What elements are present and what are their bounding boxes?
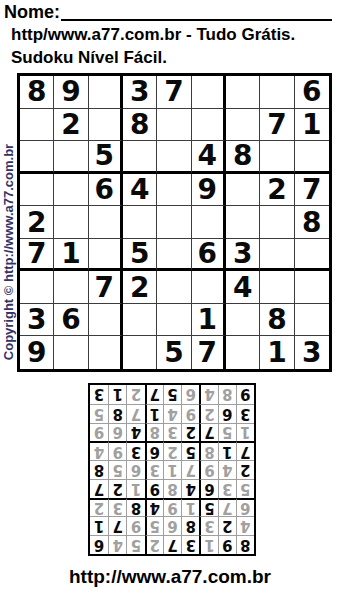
solution-cell-r8c2: 6 — [218, 404, 236, 423]
solution-cell-r7c6: 8 — [145, 423, 163, 442]
solution-cell-r4c5: 8 — [163, 479, 181, 498]
puzzle-cell-r1c8[interactable] — [260, 76, 294, 109]
puzzle-cell-r4c5[interactable] — [157, 174, 191, 207]
puzzle-cell-r7c8[interactable] — [260, 271, 294, 304]
puzzle-cell-r9c8[interactable]: 1 — [260, 336, 294, 369]
name-underline — [61, 19, 332, 21]
puzzle-cell-r6c6[interactable]: 6 — [192, 239, 226, 272]
solution-cell-r8c9: 5 — [90, 404, 108, 423]
solution-cell-r6c9: 4 — [90, 441, 108, 460]
puzzle-cell-r8c8[interactable]: 8 — [260, 304, 294, 337]
puzzle-cell-r3c6[interactable]: 4 — [192, 141, 226, 174]
puzzle-cell-r1c1[interactable]: 8 — [20, 76, 54, 109]
puzzle-cell-r4c1[interactable] — [20, 174, 54, 207]
puzzle-cell-r7c7[interactable]: 4 — [226, 271, 260, 304]
solution-grid: 8913725464238659716751948325364891272497… — [88, 383, 256, 556]
puzzle-cell-r2c9[interactable]: 1 — [295, 109, 329, 142]
solution-cell-r7c7: 4 — [126, 423, 144, 442]
puzzle-cell-r5c9[interactable]: 8 — [295, 206, 329, 239]
puzzle-cell-r5c4[interactable] — [123, 206, 157, 239]
solution-cell-r5c3: 9 — [199, 460, 217, 479]
puzzle-cell-r7c2[interactable] — [54, 271, 88, 304]
puzzle-cell-r5c2[interactable] — [54, 206, 88, 239]
solution-cell-r9c5: 5 — [163, 385, 181, 404]
solution-cell-r4c8: 2 — [108, 479, 126, 498]
footer-url: http://www.a77.com.br — [0, 566, 340, 588]
puzzle-cell-r6c3[interactable] — [89, 239, 123, 272]
puzzle-cell-r2c8[interactable]: 7 — [260, 109, 294, 142]
puzzle-cell-r4c6[interactable]: 9 — [192, 174, 226, 207]
puzzle-cell-r6c8[interactable] — [260, 239, 294, 272]
puzzle-cell-r1c5[interactable]: 7 — [157, 76, 191, 109]
puzzle-cell-r8c4[interactable] — [123, 304, 157, 337]
puzzle-cell-r7c4[interactable]: 2 — [123, 271, 157, 304]
solution-cell-r1c1: 8 — [236, 535, 254, 554]
solution-cell-r8c3: 2 — [199, 404, 217, 423]
puzzle-cell-r1c4[interactable]: 3 — [123, 76, 157, 109]
puzzle-cell-r6c2[interactable]: 1 — [54, 239, 88, 272]
solution-cell-r8c6: 1 — [145, 404, 163, 423]
puzzle-cell-r2c7[interactable] — [226, 109, 260, 142]
solution-cell-r8c7: 7 — [126, 404, 144, 423]
puzzle-cell-r1c7[interactable] — [226, 76, 260, 109]
puzzle-cell-r8c5[interactable] — [157, 304, 191, 337]
puzzle-cell-r6c1[interactable]: 7 — [20, 239, 54, 272]
puzzle-cell-r3c4[interactable] — [123, 141, 157, 174]
puzzle-cell-r2c4[interactable]: 8 — [123, 109, 157, 142]
puzzle-cell-r1c9[interactable]: 6 — [295, 76, 329, 109]
puzzle-cell-r6c4[interactable]: 5 — [123, 239, 157, 272]
solution-cell-r8c5: 4 — [163, 404, 181, 423]
puzzle-cell-r7c6[interactable] — [192, 271, 226, 304]
solution-cell-r2c3: 3 — [199, 516, 217, 535]
solution-cell-r1c2: 9 — [218, 535, 236, 554]
puzzle-cell-r4c3[interactable]: 6 — [89, 174, 123, 207]
sudoku-sheet: Nome: http/www.a77.com.br - Tudo Grátis.… — [0, 0, 340, 596]
puzzle-cell-r8c2[interactable]: 6 — [54, 304, 88, 337]
solution-cell-r6c3: 8 — [199, 441, 217, 460]
solution-cell-r5c4: 7 — [181, 460, 199, 479]
solution-cell-r4c7: 1 — [126, 479, 144, 498]
solution-cell-r2c2: 2 — [218, 516, 236, 535]
puzzle-cell-r9c7[interactable] — [226, 336, 260, 369]
copyright-vertical-text: Copyright © http://www.a77.com.br — [1, 100, 17, 405]
puzzle-cell-r5c1[interactable]: 2 — [20, 206, 54, 239]
solution-cell-r5c8: 5 — [108, 460, 126, 479]
solution-cell-r3c3: 5 — [199, 498, 217, 517]
puzzle-cell-r4c2[interactable] — [54, 174, 88, 207]
solution-cell-r4c2: 3 — [218, 479, 236, 498]
puzzle-cell-r3c1[interactable] — [20, 141, 54, 174]
solution-cell-r2c8: 7 — [108, 516, 126, 535]
solution-cell-r3c8: 3 — [108, 498, 126, 517]
solution-cell-r4c6: 9 — [145, 479, 163, 498]
puzzle-cell-r3c3[interactable]: 5 — [89, 141, 123, 174]
puzzle-cell-r4c9[interactable]: 7 — [295, 174, 329, 207]
puzzle-cell-r2c1[interactable] — [20, 109, 54, 142]
solution-cell-r1c9: 6 — [90, 535, 108, 554]
puzzle-cell-r5c6[interactable] — [192, 206, 226, 239]
puzzle-cell-r1c3[interactable] — [89, 76, 123, 109]
solution-cell-r3c1: 6 — [236, 498, 254, 517]
puzzle-cell-r5c7[interactable] — [226, 206, 260, 239]
site-url-line: http/www.a77.com.br - Tudo Grátis. — [11, 25, 295, 45]
solution-cell-r5c7: 6 — [126, 460, 144, 479]
puzzle-cell-r9c4[interactable] — [123, 336, 157, 369]
solution-cell-r7c1: 1 — [236, 423, 254, 442]
puzzle-cell-r6c7[interactable]: 3 — [226, 239, 260, 272]
puzzle-cell-r3c9[interactable] — [295, 141, 329, 174]
puzzle-cell-r8c3[interactable] — [89, 304, 123, 337]
puzzle-cell-r5c5[interactable] — [157, 206, 191, 239]
solution-cell-r6c2: 1 — [218, 441, 236, 460]
puzzle-cell-r8c9[interactable] — [295, 304, 329, 337]
puzzle-cell-r2c3[interactable] — [89, 109, 123, 142]
solution-cell-r1c5: 7 — [163, 535, 181, 554]
solution-cell-r5c1: 2 — [236, 460, 254, 479]
puzzle-cell-r9c2[interactable] — [54, 336, 88, 369]
solution-cell-r9c8: 1 — [108, 385, 126, 404]
name-label: Nome: — [4, 2, 60, 23]
puzzle-cell-r7c5[interactable] — [157, 271, 191, 304]
solution-cell-r9c7: 2 — [126, 385, 144, 404]
solution-cell-r2c5: 6 — [163, 516, 181, 535]
puzzle-cell-r4c8[interactable]: 2 — [260, 174, 294, 207]
puzzle-grid: 893762871548649272871563724361895713 — [17, 73, 332, 372]
puzzle-cell-r1c2[interactable]: 9 — [54, 76, 88, 109]
solution-cell-r6c4: 5 — [181, 441, 199, 460]
solution-cell-r9c4: 6 — [181, 385, 199, 404]
puzzle-cell-r5c8[interactable] — [260, 206, 294, 239]
puzzle-cell-r3c8[interactable] — [260, 141, 294, 174]
solution-cell-r9c1: 9 — [236, 385, 254, 404]
solution-cell-r5c6: 3 — [145, 460, 163, 479]
solution-cell-r3c6: 4 — [145, 498, 163, 517]
solution-cell-r3c5: 9 — [163, 498, 181, 517]
puzzle-cell-r7c3[interactable]: 7 — [89, 271, 123, 304]
solution-cell-r3c7: 8 — [126, 498, 144, 517]
puzzle-cell-r9c6[interactable]: 7 — [192, 336, 226, 369]
solution-cell-r1c7: 5 — [126, 535, 144, 554]
puzzle-cell-r9c5[interactable]: 5 — [157, 336, 191, 369]
solution-cell-r8c1: 3 — [236, 404, 254, 423]
solution-cell-r5c9: 8 — [90, 460, 108, 479]
solution-cell-r7c9: 9 — [90, 423, 108, 442]
puzzle-cell-r8c1[interactable]: 3 — [20, 304, 54, 337]
solution-cell-r3c2: 7 — [218, 498, 236, 517]
solution-cell-r3c9: 2 — [90, 498, 108, 517]
solution-cell-r9c2: 8 — [218, 385, 236, 404]
puzzle-cell-r3c2[interactable] — [54, 141, 88, 174]
solution-cell-r1c6: 2 — [145, 535, 163, 554]
puzzle-cell-r8c6[interactable]: 1 — [192, 304, 226, 337]
puzzle-cell-r8c7[interactable] — [226, 304, 260, 337]
solution-cell-r5c5: 1 — [163, 460, 181, 479]
puzzle-cell-r9c9[interactable]: 3 — [295, 336, 329, 369]
solution-cell-r9c9: 3 — [90, 385, 108, 404]
puzzle-cell-r3c5[interactable] — [157, 141, 191, 174]
solution-cell-r9c3: 4 — [199, 385, 217, 404]
solution-cell-r2c1: 4 — [236, 516, 254, 535]
solution-cell-r6c7: 3 — [126, 441, 144, 460]
solution-cell-r6c6: 6 — [145, 441, 163, 460]
solution-cell-r6c5: 2 — [163, 441, 181, 460]
solution-cell-r7c4: 2 — [181, 423, 199, 442]
solution-cell-r4c1: 5 — [236, 479, 254, 498]
puzzle-cell-r2c2[interactable]: 2 — [54, 109, 88, 142]
solution-cell-r1c3: 1 — [199, 535, 217, 554]
solution-cell-r4c4: 4 — [181, 479, 199, 498]
puzzle-cell-r6c5[interactable] — [157, 239, 191, 272]
solution-cell-r2c7: 9 — [126, 516, 144, 535]
solution-cell-r7c3: 7 — [199, 423, 217, 442]
solution-cell-r7c2: 5 — [218, 423, 236, 442]
solution-cell-r7c8: 6 — [108, 423, 126, 442]
solution-cell-r4c3: 6 — [199, 479, 217, 498]
puzzle-cell-r4c7[interactable] — [226, 174, 260, 207]
solution-cell-r3c4: 1 — [181, 498, 199, 517]
solution-cell-r5c2: 4 — [218, 460, 236, 479]
puzzle-cell-r4c4[interactable]: 4 — [123, 174, 157, 207]
solution-cell-r8c4: 9 — [181, 404, 199, 423]
solution-cell-r6c1: 7 — [236, 441, 254, 460]
solution-cell-r4c9: 7 — [90, 479, 108, 498]
solution-cell-r2c4: 8 — [181, 516, 199, 535]
puzzle-cell-r6c9[interactable] — [295, 239, 329, 272]
solution-cell-r2c9: 1 — [90, 516, 108, 535]
puzzle-level-title: Sudoku Nível Fácil. — [11, 48, 167, 68]
puzzle-cell-r2c5[interactable] — [157, 109, 191, 142]
solution-cell-r1c8: 4 — [108, 535, 126, 554]
puzzle-cell-r7c9[interactable] — [295, 271, 329, 304]
puzzle-cell-r3c7[interactable]: 8 — [226, 141, 260, 174]
solution-cell-r9c6: 7 — [145, 385, 163, 404]
puzzle-cell-r1c6[interactable] — [192, 76, 226, 109]
puzzle-cell-r9c3[interactable] — [89, 336, 123, 369]
puzzle-cell-r9c1[interactable]: 9 — [20, 336, 54, 369]
puzzle-cell-r5c3[interactable] — [89, 206, 123, 239]
puzzle-cell-r2c6[interactable] — [192, 109, 226, 142]
solution-cell-r8c8: 8 — [108, 404, 126, 423]
solution-cell-r7c5: 3 — [163, 423, 181, 442]
solution-cell-r6c8: 9 — [108, 441, 126, 460]
solution-cell-r1c4: 3 — [181, 535, 199, 554]
puzzle-cell-r7c1[interactable] — [20, 271, 54, 304]
solution-cell-r2c6: 5 — [145, 516, 163, 535]
